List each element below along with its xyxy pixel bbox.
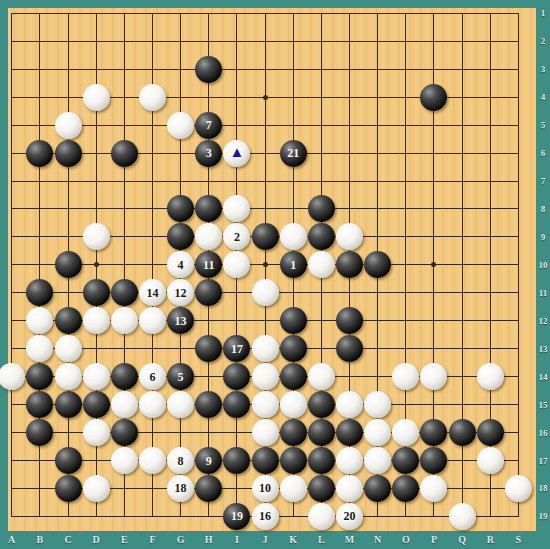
column-coordinate-label: R [479,533,501,547]
white-stone[interactable] [111,391,138,418]
row-coordinate-label: 4 [536,91,550,103]
column-coordinate-label: A [1,533,23,547]
move-number: 12 [175,287,187,299]
row-coordinate-label: 12 [536,315,550,327]
grid-line-vertical [518,13,519,517]
white-stone[interactable]: 8 [167,447,194,474]
black-stone[interactable] [252,447,279,474]
move-number: 5 [178,371,184,383]
white-stone[interactable] [111,447,138,474]
black-stone[interactable]: 7 [195,112,222,139]
black-stone[interactable]: 1 [280,251,307,278]
black-stone[interactable] [83,279,110,306]
white-stone[interactable] [280,391,307,418]
white-stone[interactable] [308,363,335,390]
star-point [263,262,268,267]
column-coordinate-label: E [113,533,135,547]
black-stone[interactable] [364,475,391,502]
move-number: 16 [259,510,271,522]
white-stone[interactable]: ▲ [223,140,250,167]
row-coordinate-label: 11 [536,287,550,299]
column-coordinate-label: P [423,533,445,547]
move-number: 19 [231,510,243,522]
triangle-marker-icon: ▲ [229,145,244,160]
white-stone[interactable]: 16 [252,503,279,530]
black-stone[interactable] [111,363,138,390]
column-coordinate-label: O [395,533,417,547]
move-number: 13 [175,315,187,327]
white-stone[interactable] [477,447,504,474]
row-coordinate-label: 15 [536,399,550,411]
white-stone[interactable] [308,251,335,278]
black-stone[interactable] [336,419,363,446]
white-stone[interactable] [167,391,194,418]
move-number: 9 [206,455,212,467]
white-stone[interactable] [252,335,279,362]
row-coordinate-label: 9 [536,231,550,243]
white-stone[interactable]: 6 [139,363,166,390]
column-coordinate-label: L [310,533,332,547]
black-stone[interactable] [336,335,363,362]
white-stone[interactable] [83,475,110,502]
column-coordinate-label: I [226,533,248,547]
column-coordinate-label: N [367,533,389,547]
white-stone[interactable] [83,84,110,111]
move-number: 20 [344,510,356,522]
row-coordinate-label: 13 [536,343,550,355]
column-coordinate-label: Q [451,533,473,547]
white-stone[interactable] [364,447,391,474]
row-coordinate-label: 10 [536,259,550,271]
row-coordinate-label: 14 [536,371,550,383]
black-stone[interactable] [308,419,335,446]
black-stone[interactable] [477,419,504,446]
white-stone[interactable] [252,279,279,306]
black-stone[interactable] [55,140,82,167]
black-stone[interactable] [55,391,82,418]
move-number: 10 [259,482,271,494]
black-stone[interactable] [280,307,307,334]
row-coordinate-label: 16 [536,427,550,439]
white-stone[interactable] [336,447,363,474]
black-stone[interactable] [55,447,82,474]
black-stone[interactable] [252,223,279,250]
white-stone[interactable] [139,391,166,418]
white-stone[interactable] [111,307,138,334]
move-number: 18 [175,482,187,494]
move-number: 11 [203,259,214,271]
row-coordinate-label: 3 [536,63,550,75]
white-stone[interactable] [336,475,363,502]
row-coordinate-label: 1 [536,7,550,19]
white-stone[interactable]: 10 [252,475,279,502]
column-coordinate-label: K [282,533,304,547]
white-stone[interactable] [252,419,279,446]
black-stone[interactable] [55,475,82,502]
black-stone[interactable] [280,419,307,446]
white-stone[interactable] [252,363,279,390]
black-stone[interactable] [111,140,138,167]
white-stone[interactable] [167,112,194,139]
black-stone[interactable]: 3 [195,140,222,167]
black-stone[interactable] [111,419,138,446]
white-stone[interactable] [364,419,391,446]
row-coordinate-label: 2 [536,35,550,47]
white-stone[interactable] [83,363,110,390]
column-coordinate-label: F [141,533,163,547]
white-stone[interactable]: 20 [336,503,363,530]
row-coordinate-label: 6 [536,147,550,159]
move-number: 3 [206,147,212,159]
white-stone[interactable] [139,447,166,474]
white-stone[interactable] [55,335,82,362]
column-coordinate-label: G [170,533,192,547]
row-coordinate-label: 5 [536,119,550,131]
white-stone[interactable] [252,391,279,418]
move-number: 6 [149,371,155,383]
white-stone[interactable] [505,475,532,502]
white-stone[interactable] [55,112,82,139]
column-coordinate-label: J [254,533,276,547]
row-coordinate-label: 18 [536,482,550,494]
black-stone[interactable] [308,391,335,418]
row-coordinate-label: 8 [536,203,550,215]
row-coordinate-label: 19 [536,510,550,522]
row-coordinate-label: 17 [536,455,550,467]
white-stone[interactable] [55,363,82,390]
move-number: 14 [146,287,158,299]
black-stone[interactable] [420,84,447,111]
white-stone[interactable] [139,307,166,334]
black-stone[interactable] [55,307,82,334]
move-number: 21 [287,147,299,159]
black-stone[interactable] [280,447,307,474]
move-number: 17 [231,343,243,355]
column-coordinate-label: D [85,533,107,547]
white-stone[interactable] [308,503,335,530]
white-stone[interactable] [83,223,110,250]
black-stone[interactable] [280,335,307,362]
white-stone[interactable] [83,307,110,334]
column-coordinate-label: M [339,533,361,547]
white-stone[interactable] [280,475,307,502]
black-stone[interactable] [26,140,53,167]
black-stone[interactable] [55,251,82,278]
black-stone[interactable] [195,475,222,502]
move-number: 2 [234,231,240,243]
column-coordinate-label: S [507,533,529,547]
row-coordinate-label: 7 [536,175,550,187]
white-stone[interactable] [449,503,476,530]
white-stone[interactable] [139,84,166,111]
black-stone[interactable] [111,279,138,306]
black-stone[interactable] [83,391,110,418]
black-stone[interactable]: 21 [280,140,307,167]
move-number: 1 [290,259,296,271]
white-stone[interactable] [336,391,363,418]
column-coordinate-label: B [29,533,51,547]
white-stone[interactable] [477,363,504,390]
go-app-window: 73▲21241111412131765891810191620ABCDEFGH… [0,0,550,549]
white-stone[interactable] [280,223,307,250]
black-stone[interactable] [308,447,335,474]
star-point [263,95,268,100]
white-stone[interactable]: 18 [167,475,194,502]
move-number: 7 [206,119,212,131]
black-stone[interactable] [308,475,335,502]
move-number: 4 [178,259,184,271]
move-number: 8 [178,455,184,467]
white-stone[interactable] [83,419,110,446]
black-stone[interactable] [195,56,222,83]
column-coordinate-label: H [198,533,220,547]
black-stone[interactable] [449,419,476,446]
black-stone[interactable] [280,363,307,390]
column-coordinate-label: C [57,533,79,547]
